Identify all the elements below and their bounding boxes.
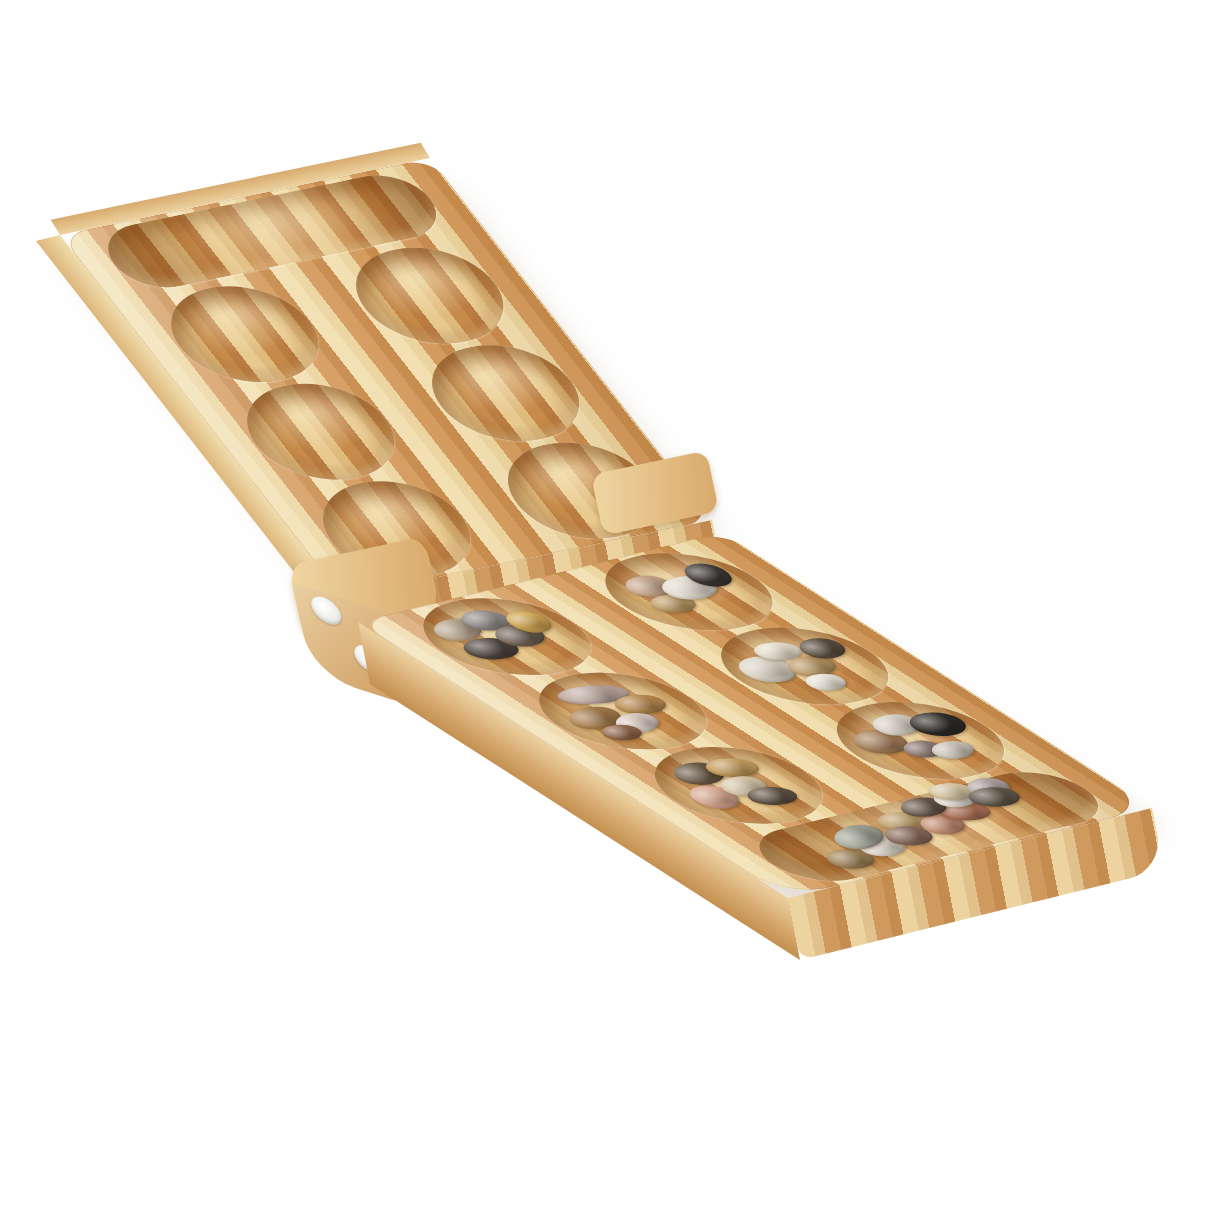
pit-far-lower-3[interactable] <box>145 275 345 394</box>
pit-far-lower-2[interactable] <box>221 372 421 491</box>
pit-far-upper-2[interactable] <box>406 334 606 453</box>
mancala-product-photo <box>0 0 1214 1214</box>
magnet-dot-icon <box>309 593 344 629</box>
pit-far-upper-3[interactable] <box>330 236 530 355</box>
pebble-stone <box>899 710 975 740</box>
